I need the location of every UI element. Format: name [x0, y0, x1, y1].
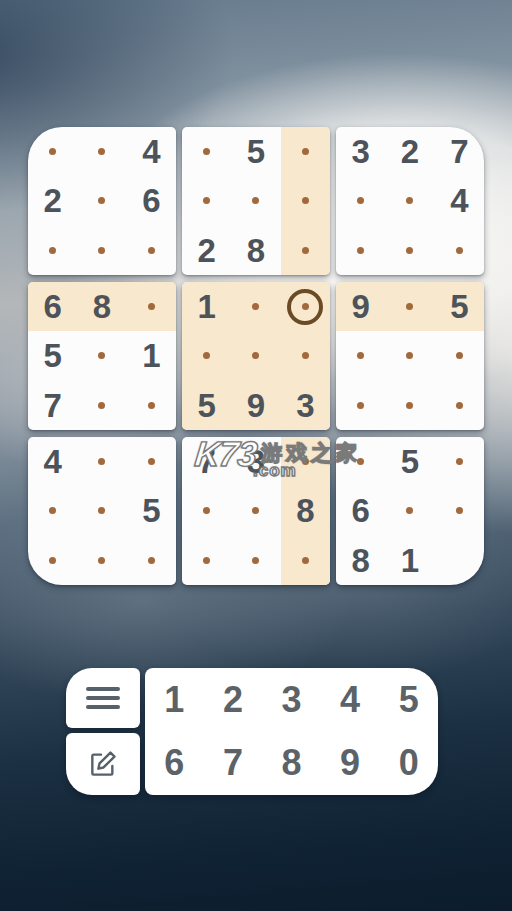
given-digit: 3 [247, 445, 265, 478]
empty-cell-dot [49, 507, 56, 514]
sudoku-app: { "game": "sudoku", "position": "..4.5.3… [0, 0, 512, 911]
cell-r4c1[interactable]: 6 [28, 282, 77, 331]
empty-cell-dot [148, 557, 155, 564]
cell-r2c6[interactable] [281, 176, 330, 225]
given-digit: 2 [401, 135, 419, 168]
empty-cell-dot [456, 507, 463, 514]
empty-cell-dot [302, 557, 309, 564]
numpad: 1234567890 [145, 668, 438, 795]
numpad-key-3[interactable]: 3 [275, 681, 307, 719]
cell-r7c1[interactable]: 4 [28, 437, 77, 486]
given-digit: 5 [197, 389, 215, 422]
cell-r4c9[interactable]: 5 [435, 282, 484, 331]
empty-cell-dot [357, 458, 364, 465]
empty-cell-dot [203, 352, 210, 359]
cell-r7c5[interactable]: 3 [231, 437, 280, 486]
given-digit: 9 [247, 389, 265, 422]
given-digit: 4 [43, 445, 61, 478]
cell-r1c2[interactable] [77, 127, 126, 176]
empty-cell-dot [252, 352, 259, 359]
cell-r8c9[interactable] [435, 486, 484, 535]
cell-r8c5[interactable] [231, 486, 280, 535]
cell-r5c6[interactable] [281, 331, 330, 380]
empty-cell-dot [406, 247, 413, 254]
empty-cell-dot [302, 148, 309, 155]
box-2: 528 [182, 127, 330, 275]
cell-r3c6[interactable] [281, 226, 330, 275]
cell-r1c6[interactable] [281, 127, 330, 176]
box-6: 95 [336, 282, 484, 430]
empty-cell-dot [98, 148, 105, 155]
numpad-key-7[interactable]: 7 [217, 744, 249, 782]
box-4: 68517 [28, 282, 176, 430]
empty-cell-dot [98, 507, 105, 514]
given-digit: 1 [142, 339, 160, 372]
cell-r5c1[interactable]: 5 [28, 331, 77, 380]
box-7: 45 [28, 437, 176, 585]
given-digit: 6 [43, 290, 61, 323]
empty-cell-dot [456, 352, 463, 359]
empty-cell-dot [252, 303, 259, 310]
cell-r2c9[interactable]: 4 [435, 176, 484, 225]
empty-cell-dot [252, 507, 259, 514]
cell-r6c1[interactable]: 7 [28, 381, 77, 430]
cell-r1c4[interactable] [182, 127, 231, 176]
control-buttons [66, 668, 140, 795]
cell-r6c3[interactable] [127, 381, 176, 430]
cell-r4c5[interactable] [231, 282, 280, 331]
cell-r8c4[interactable] [182, 486, 231, 535]
cell-r3c7[interactable] [336, 226, 385, 275]
empty-cell-dot [98, 402, 105, 409]
given-digit: 3 [296, 389, 314, 422]
cell-r1c5[interactable]: 5 [231, 127, 280, 176]
empty-cell-dot [406, 303, 413, 310]
given-digit: 5 [450, 290, 468, 323]
empty-cell-dot [252, 197, 259, 204]
numpad-key-1[interactable]: 1 [158, 681, 190, 719]
given-digit: 1 [197, 290, 215, 323]
cell-r9c9[interactable] [435, 536, 484, 585]
cell-r6c4[interactable]: 5 [182, 381, 231, 430]
cell-r6c2[interactable] [77, 381, 126, 430]
empty-cell-dot [148, 402, 155, 409]
numpad-key-2[interactable]: 2 [217, 681, 249, 719]
cell-r6c6[interactable]: 3 [281, 381, 330, 430]
empty-cell-dot [302, 352, 309, 359]
cell-r1c1[interactable] [28, 127, 77, 176]
cell-r1c7[interactable]: 3 [336, 127, 385, 176]
cell-r2c5[interactable] [231, 176, 280, 225]
cell-r3c1[interactable] [28, 226, 77, 275]
given-digit: 7 [450, 135, 468, 168]
box-8: 738 [182, 437, 330, 585]
cell-r8c1[interactable] [28, 486, 77, 535]
selection-ring [287, 289, 323, 325]
cell-r9c3[interactable] [127, 536, 176, 585]
given-digit: 7 [43, 389, 61, 422]
numpad-key-6[interactable]: 6 [158, 744, 190, 782]
given-digit: 1 [401, 544, 419, 577]
empty-cell-dot [203, 557, 210, 564]
empty-cell-dot [357, 247, 364, 254]
given-digit: 6 [351, 494, 369, 527]
cell-r3c5[interactable]: 8 [231, 226, 280, 275]
numpad-key-4[interactable]: 4 [334, 681, 366, 719]
sudoku-board: 426528327468517159395457385681 [28, 127, 484, 592]
empty-cell-dot [203, 197, 210, 204]
cell-r2c8[interactable] [385, 176, 434, 225]
empty-cell-dot [406, 507, 413, 514]
cell-r9c6[interactable] [281, 536, 330, 585]
given-digit: 8 [296, 494, 314, 527]
given-digit: 2 [197, 234, 215, 267]
empty-cell-dot [98, 458, 105, 465]
cell-r4c4[interactable]: 1 [182, 282, 231, 331]
given-digit: 7 [197, 445, 215, 478]
cell-r2c3[interactable]: 6 [127, 176, 176, 225]
cell-r3c9[interactable] [435, 226, 484, 275]
empty-cell-dot [302, 458, 309, 465]
cell-r3c8[interactable] [385, 226, 434, 275]
cell-r7c6[interactable] [281, 437, 330, 486]
empty-cell-dot [357, 197, 364, 204]
given-digit: 5 [43, 339, 61, 372]
given-digit: 3 [351, 135, 369, 168]
cell-r4c8[interactable] [385, 282, 434, 331]
empty-cell-dot [148, 458, 155, 465]
empty-cell-dot [98, 247, 105, 254]
empty-cell-dot [406, 402, 413, 409]
cell-r3c4[interactable]: 2 [182, 226, 231, 275]
given-digit: 8 [93, 290, 111, 323]
cell-r6c7[interactable] [336, 381, 385, 430]
empty-cell-dot [98, 557, 105, 564]
box-1: 426 [28, 127, 176, 275]
empty-cell-dot [406, 352, 413, 359]
given-digit: 5 [142, 494, 160, 527]
numpad-key-8[interactable]: 8 [275, 744, 307, 782]
empty-cell-dot [302, 247, 309, 254]
cell-r8c3[interactable]: 5 [127, 486, 176, 535]
numpad-key-5[interactable]: 5 [393, 681, 425, 719]
cell-r8c2[interactable] [77, 486, 126, 535]
empty-cell-dot [302, 303, 309, 310]
cell-r4c6[interactable] [281, 282, 330, 331]
cell-r9c7[interactable]: 8 [336, 536, 385, 585]
given-digit: 8 [351, 544, 369, 577]
cell-r8c8[interactable] [385, 486, 434, 535]
given-digit: 8 [247, 234, 265, 267]
box-9: 5681 [336, 437, 484, 585]
notes-edit-button[interactable] [66, 733, 140, 795]
cell-r4c3[interactable] [127, 282, 176, 331]
cell-r7c9[interactable] [435, 437, 484, 486]
empty-cell-dot [203, 148, 210, 155]
numpad-key-9[interactable]: 9 [334, 744, 366, 782]
cell-r7c4[interactable]: 7 [182, 437, 231, 486]
cell-r3c3[interactable] [127, 226, 176, 275]
cell-r6c8[interactable] [385, 381, 434, 430]
empty-cell-dot [302, 197, 309, 204]
cell-r9c5[interactable] [231, 536, 280, 585]
cell-r2c7[interactable] [336, 176, 385, 225]
empty-cell-dot [98, 197, 105, 204]
box-3: 3274 [336, 127, 484, 275]
cell-r2c1[interactable]: 2 [28, 176, 77, 225]
cell-r2c2[interactable] [77, 176, 126, 225]
hamburger-menu-icon [86, 687, 120, 709]
empty-cell-dot [252, 557, 259, 564]
menu-button[interactable] [66, 668, 140, 728]
empty-cell-dot [406, 197, 413, 204]
cell-r5c7[interactable] [336, 331, 385, 380]
given-digit: 9 [351, 290, 369, 323]
pencil-square-icon [87, 748, 119, 780]
cell-r4c2[interactable]: 8 [77, 282, 126, 331]
box-5: 1593 [182, 282, 330, 430]
cell-r7c7[interactable] [336, 437, 385, 486]
cell-r9c8[interactable]: 1 [385, 536, 434, 585]
empty-cell-dot [49, 148, 56, 155]
cell-r5c4[interactable] [182, 331, 231, 380]
cell-r1c3[interactable]: 4 [127, 127, 176, 176]
empty-cell-dot [98, 352, 105, 359]
cell-r5c2[interactable] [77, 331, 126, 380]
cell-r8c7[interactable]: 6 [336, 486, 385, 535]
given-digit: 4 [450, 184, 468, 217]
cell-r1c9[interactable]: 7 [435, 127, 484, 176]
cell-r5c8[interactable] [385, 331, 434, 380]
cell-r9c1[interactable] [28, 536, 77, 585]
empty-cell-dot [203, 507, 210, 514]
cell-r4c7[interactable]: 9 [336, 282, 385, 331]
empty-cell-dot [49, 557, 56, 564]
empty-cell-dot [456, 402, 463, 409]
cell-r7c3[interactable] [127, 437, 176, 486]
cell-r6c9[interactable] [435, 381, 484, 430]
cell-r3c2[interactable] [77, 226, 126, 275]
empty-cell-dot [148, 247, 155, 254]
given-digit: 4 [142, 135, 160, 168]
given-digit: 5 [247, 135, 265, 168]
cell-r7c2[interactable] [77, 437, 126, 486]
cell-r5c9[interactable] [435, 331, 484, 380]
empty-cell-dot [148, 303, 155, 310]
empty-cell-dot [49, 247, 56, 254]
given-digit: 6 [142, 184, 160, 217]
empty-cell-dot [456, 247, 463, 254]
cell-r6c5[interactable]: 9 [231, 381, 280, 430]
empty-cell-dot [456, 458, 463, 465]
cell-r1c8[interactable]: 2 [385, 127, 434, 176]
given-digit: 5 [401, 445, 419, 478]
cell-r8c6[interactable]: 8 [281, 486, 330, 535]
given-digit: 2 [43, 184, 61, 217]
numpad-key-0[interactable]: 0 [393, 744, 425, 782]
cell-r9c2[interactable] [77, 536, 126, 585]
empty-cell-dot [357, 402, 364, 409]
cell-r9c4[interactable] [182, 536, 231, 585]
empty-cell-dot [357, 352, 364, 359]
cell-r5c3[interactable]: 1 [127, 331, 176, 380]
cell-r5c5[interactable] [231, 331, 280, 380]
cell-r2c4[interactable] [182, 176, 231, 225]
cell-r7c8[interactable]: 5 [385, 437, 434, 486]
